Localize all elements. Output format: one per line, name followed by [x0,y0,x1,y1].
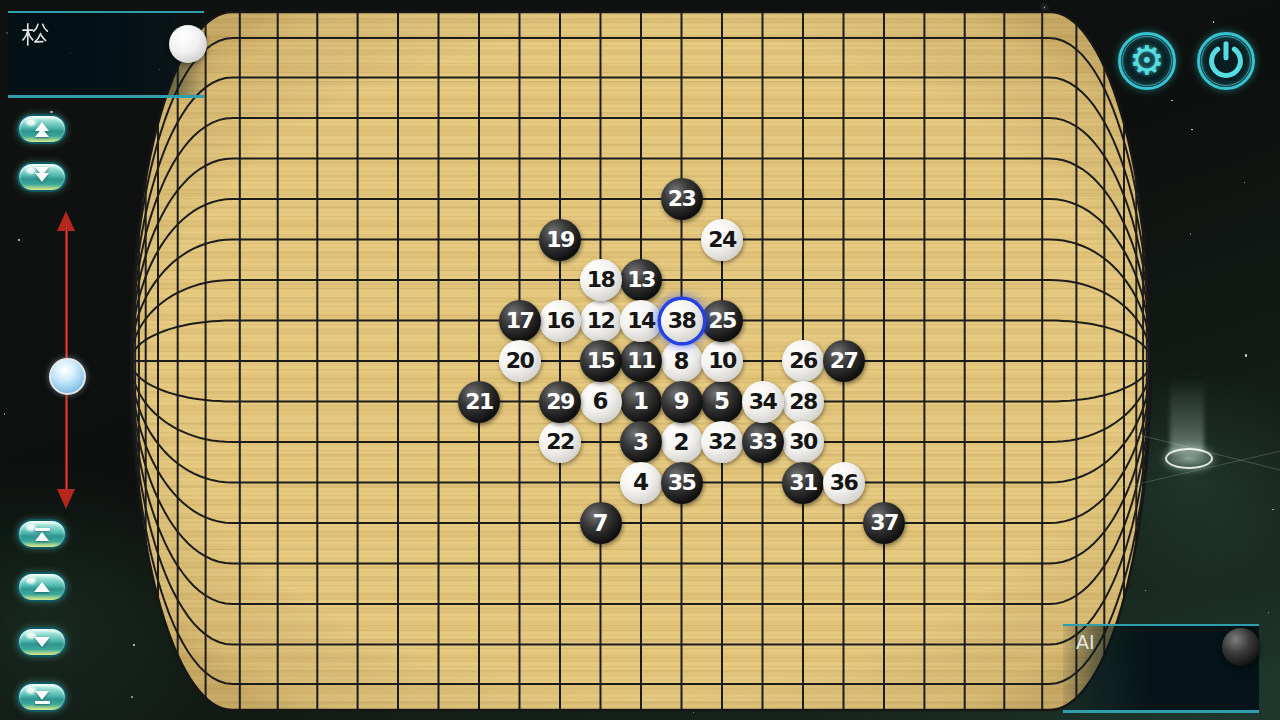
skip-to-first-icon [35,528,50,541]
last-move-button[interactable] [17,682,67,712]
slider-arrow-down-icon [57,489,75,509]
gear-icon: ⚙ [1129,40,1165,80]
first-move-button[interactable] [17,519,67,549]
skip-to-last-icon [35,691,50,704]
step-up-icon [34,582,50,592]
player-name-black: AI [1076,631,1095,653]
white-stone-avatar [169,25,207,63]
scroll-up-button[interactable] [17,114,67,144]
player-panel-white: 松 [8,11,204,98]
next-move-button[interactable] [17,627,67,657]
step-down-icon [34,637,50,647]
settings-button[interactable]: ⚙ [1118,32,1176,90]
player-name-white: 松 [8,13,9,14]
black-stone-avatar [1222,628,1260,666]
double-chevron-down-icon [35,170,49,182]
power-icon [1206,41,1246,81]
game-screen: { "game": { "name": "Gomoku (five-in-a-r… [0,0,1280,720]
player-name-white-glyph [22,21,49,48]
player-panel-black: AI [1063,624,1259,713]
double-chevron-up-icon [35,122,49,134]
power-button[interactable] [1197,32,1255,90]
scroll-down-button[interactable] [17,162,67,192]
slider-handle[interactable] [49,358,86,395]
prev-move-button[interactable] [17,572,67,602]
